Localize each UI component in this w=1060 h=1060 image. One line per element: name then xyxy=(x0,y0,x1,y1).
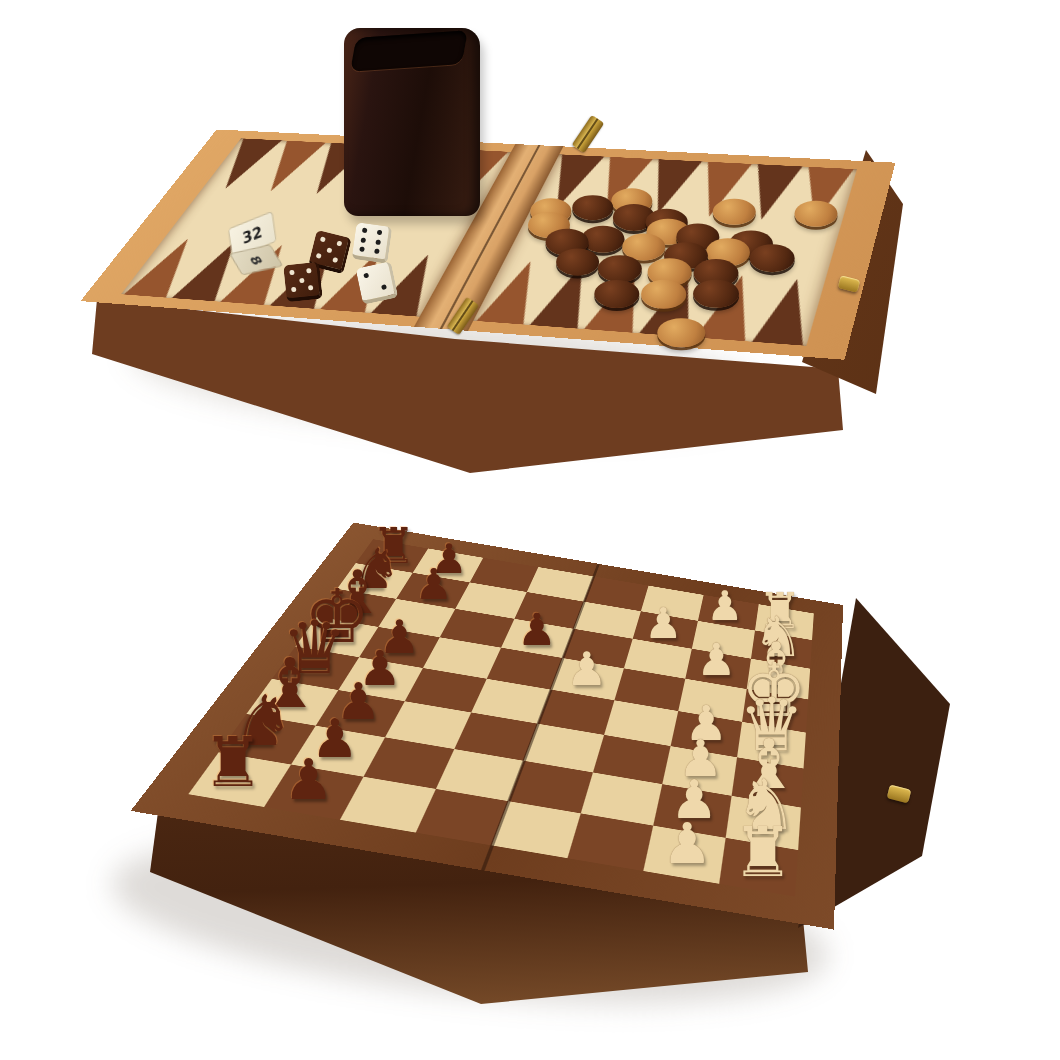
die-brown-4-showing-5 xyxy=(283,262,323,303)
chess-piece-white-pawn-e4: ♟ xyxy=(566,646,608,692)
chess-piece-white-rook-a1: ♜ xyxy=(732,818,793,886)
chess-piece-black-pawn-g7: ♟ xyxy=(415,562,453,605)
backgammon-checker-light-23 xyxy=(641,280,687,308)
die-pip xyxy=(336,240,342,246)
chess-piece-black-rook-a8: ♜ xyxy=(202,729,263,797)
backgammon-checker-dark-3 xyxy=(572,195,614,221)
die-pip xyxy=(361,237,367,243)
doubling-cube: 32 8 xyxy=(226,217,282,276)
chess-piece-black-pawn-a7: ♟ xyxy=(284,752,334,808)
backgammon-checker-light-11 xyxy=(795,200,838,227)
chess-piece-white-pawn-h2: ♟ xyxy=(707,586,744,627)
die-pip xyxy=(291,287,296,292)
die-pip xyxy=(359,246,365,252)
chess-piece-white-pawn-a2: ♟ xyxy=(662,816,712,872)
die-pip xyxy=(332,257,338,263)
die-pip xyxy=(362,228,368,234)
die-pip xyxy=(306,268,311,273)
die-pip xyxy=(308,285,313,290)
die-pip xyxy=(375,239,381,245)
backgammon-checker-dark-18 xyxy=(556,248,600,275)
die-pip xyxy=(289,270,294,275)
die-pip xyxy=(299,277,304,282)
doubling-cube-front-value: 8 xyxy=(246,253,265,266)
chess-piece-white-pawn-f2: ♟ xyxy=(696,638,736,682)
backgammon-checker-dark-17 xyxy=(750,245,795,273)
backgammon-point-far-1 xyxy=(203,138,284,190)
die-pip xyxy=(316,253,322,259)
dice-cup xyxy=(344,28,480,216)
die-pip xyxy=(381,284,387,290)
die-white-1-showing-6 xyxy=(352,222,393,264)
backgammon-point-near-12 xyxy=(749,277,825,346)
die-pip xyxy=(320,236,326,242)
die-pip xyxy=(364,273,370,279)
product-photo-stage: 32 8 ♜♞♝♛♚♝♞♜♟♟♟♟♟♟♟♟♟♟♟♟♟♟♟♟♜♞♝♛♚♝♞♜ xyxy=(0,0,1060,1060)
doubling-cube-top-value: 32 xyxy=(241,222,263,248)
die-pip xyxy=(376,230,382,236)
die-pip xyxy=(326,247,332,253)
chess-piece-black-pawn-f5: ♟ xyxy=(517,608,557,652)
dice-cup-opening xyxy=(350,30,468,72)
chess-piece-white-pawn-g3: ♟ xyxy=(644,601,682,644)
die-white-2-showing-2 xyxy=(356,261,399,305)
die-pip xyxy=(374,248,380,254)
